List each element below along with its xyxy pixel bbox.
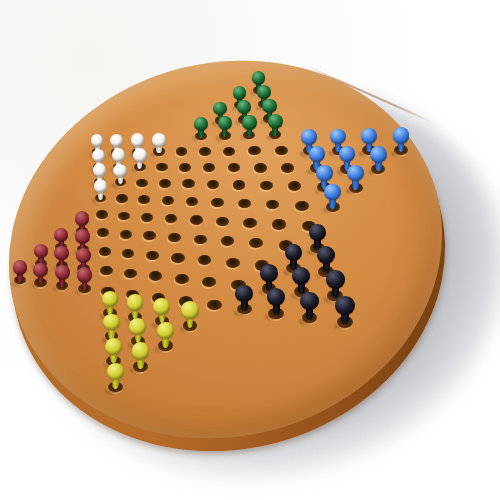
hole[interactable] bbox=[221, 236, 235, 246]
hole[interactable] bbox=[118, 212, 130, 221]
hole[interactable] bbox=[171, 253, 184, 263]
peg-black[interactable] bbox=[326, 270, 345, 289]
hole[interactable] bbox=[165, 214, 178, 223]
peg-green[interactable] bbox=[257, 85, 271, 99]
peg-black[interactable] bbox=[260, 264, 278, 282]
hole[interactable] bbox=[281, 163, 294, 173]
hole[interactable] bbox=[168, 233, 181, 243]
peg-white[interactable] bbox=[92, 149, 105, 162]
peg-red[interactable] bbox=[54, 246, 69, 261]
peg-white[interactable] bbox=[133, 148, 147, 162]
peg-black[interactable] bbox=[235, 285, 253, 303]
peg-yellow[interactable] bbox=[127, 294, 144, 311]
hole[interactable] bbox=[216, 217, 229, 227]
hole[interactable] bbox=[97, 228, 109, 237]
hole[interactable] bbox=[194, 235, 207, 245]
peg-black[interactable] bbox=[267, 288, 285, 306]
peg-white[interactable] bbox=[131, 133, 144, 146]
peg-black[interactable] bbox=[309, 224, 327, 242]
peg-white[interactable] bbox=[112, 148, 125, 161]
hole[interactable] bbox=[138, 195, 150, 204]
hole[interactable] bbox=[211, 198, 224, 207]
peg-blue[interactable] bbox=[309, 146, 325, 162]
peg-red[interactable] bbox=[55, 265, 70, 280]
peg-green[interactable] bbox=[194, 117, 208, 131]
hole[interactable] bbox=[136, 179, 148, 188]
hole[interactable] bbox=[149, 271, 162, 281]
peg-black[interactable] bbox=[317, 246, 335, 264]
hole[interactable] bbox=[162, 196, 174, 205]
peg-black[interactable] bbox=[292, 267, 310, 285]
hole[interactable] bbox=[179, 163, 191, 172]
hole[interactable] bbox=[175, 274, 189, 284]
peg-blue[interactable] bbox=[330, 129, 346, 145]
peg-yellow[interactable] bbox=[105, 338, 122, 355]
peg-yellow[interactable] bbox=[129, 318, 146, 335]
hole[interactable] bbox=[120, 230, 132, 239]
peg-red[interactable] bbox=[54, 228, 68, 242]
peg-white[interactable] bbox=[113, 164, 127, 178]
peg-red[interactable] bbox=[75, 211, 89, 225]
hole[interactable] bbox=[275, 146, 288, 155]
peg-blue[interactable] bbox=[361, 128, 377, 144]
hole[interactable] bbox=[99, 247, 112, 256]
peg-green[interactable] bbox=[218, 116, 232, 130]
peg-blue[interactable] bbox=[324, 184, 341, 201]
hole[interactable] bbox=[226, 258, 240, 268]
peg-red[interactable] bbox=[34, 244, 48, 258]
peg-blue[interactable] bbox=[301, 129, 317, 145]
hole[interactable] bbox=[266, 200, 280, 210]
peg-black[interactable] bbox=[300, 292, 319, 311]
hole[interactable] bbox=[272, 219, 286, 229]
peg-green[interactable] bbox=[242, 115, 257, 130]
peg-blue[interactable] bbox=[370, 146, 387, 163]
hole[interactable] bbox=[199, 147, 211, 156]
hole[interactable] bbox=[202, 277, 216, 287]
hole[interactable] bbox=[228, 163, 241, 172]
product-photo bbox=[0, 0, 500, 500]
peg-red[interactable] bbox=[75, 229, 90, 244]
hole[interactable] bbox=[96, 210, 108, 219]
hole[interactable] bbox=[124, 269, 137, 279]
hole[interactable] bbox=[116, 194, 128, 203]
hole[interactable] bbox=[233, 180, 246, 189]
peg-red[interactable] bbox=[76, 248, 91, 263]
hole[interactable] bbox=[207, 180, 220, 189]
peg-yellow[interactable] bbox=[181, 301, 198, 318]
peg-blue[interactable] bbox=[393, 127, 410, 144]
hole[interactable] bbox=[295, 201, 309, 211]
hole[interactable] bbox=[223, 147, 235, 156]
peg-yellow[interactable] bbox=[107, 363, 125, 381]
peg-green[interactable] bbox=[237, 100, 251, 114]
peg-white[interactable] bbox=[110, 134, 123, 147]
hole[interactable] bbox=[249, 238, 263, 248]
peg-yellow[interactable] bbox=[132, 342, 150, 360]
hole[interactable] bbox=[146, 251, 159, 261]
hole[interactable] bbox=[156, 163, 168, 172]
hole[interactable] bbox=[207, 300, 222, 311]
peg-blue[interactable] bbox=[316, 165, 333, 182]
hole[interactable] bbox=[122, 249, 135, 258]
peg-grid bbox=[0, 0, 500, 500]
peg-black[interactable] bbox=[285, 244, 303, 262]
peg-white[interactable] bbox=[94, 179, 108, 193]
peg-white[interactable] bbox=[152, 133, 166, 147]
peg-black[interactable] bbox=[335, 296, 354, 315]
hole[interactable] bbox=[100, 266, 113, 275]
peg-green[interactable] bbox=[262, 99, 276, 113]
peg-white[interactable] bbox=[91, 134, 104, 147]
hole[interactable] bbox=[248, 146, 261, 155]
hole[interactable] bbox=[243, 218, 257, 228]
peg-blue[interactable] bbox=[347, 165, 364, 182]
hole[interactable] bbox=[260, 181, 273, 191]
hole[interactable] bbox=[186, 197, 199, 206]
hole[interactable] bbox=[288, 181, 302, 191]
peg-yellow[interactable] bbox=[157, 322, 175, 340]
peg-red[interactable] bbox=[13, 260, 27, 274]
peg-green[interactable] bbox=[252, 71, 266, 85]
peg-green[interactable] bbox=[233, 86, 247, 100]
peg-yellow[interactable] bbox=[153, 298, 170, 315]
peg-green[interactable] bbox=[213, 102, 227, 116]
peg-red[interactable] bbox=[77, 267, 92, 282]
hole[interactable] bbox=[203, 163, 215, 172]
hole[interactable] bbox=[159, 179, 171, 188]
peg-red[interactable] bbox=[33, 263, 48, 278]
hole[interactable] bbox=[141, 213, 153, 222]
hole[interactable] bbox=[182, 179, 194, 188]
hole[interactable] bbox=[190, 215, 203, 225]
peg-yellow[interactable] bbox=[103, 314, 120, 331]
peg-green[interactable] bbox=[268, 114, 283, 129]
hole[interactable] bbox=[254, 163, 267, 172]
hole[interactable] bbox=[143, 231, 156, 240]
peg-white[interactable] bbox=[93, 163, 107, 177]
peg-blue[interactable] bbox=[339, 146, 355, 162]
peg-yellow[interactable] bbox=[102, 291, 118, 307]
hole[interactable] bbox=[176, 147, 188, 156]
hole[interactable] bbox=[238, 199, 251, 209]
hole[interactable] bbox=[198, 255, 212, 265]
